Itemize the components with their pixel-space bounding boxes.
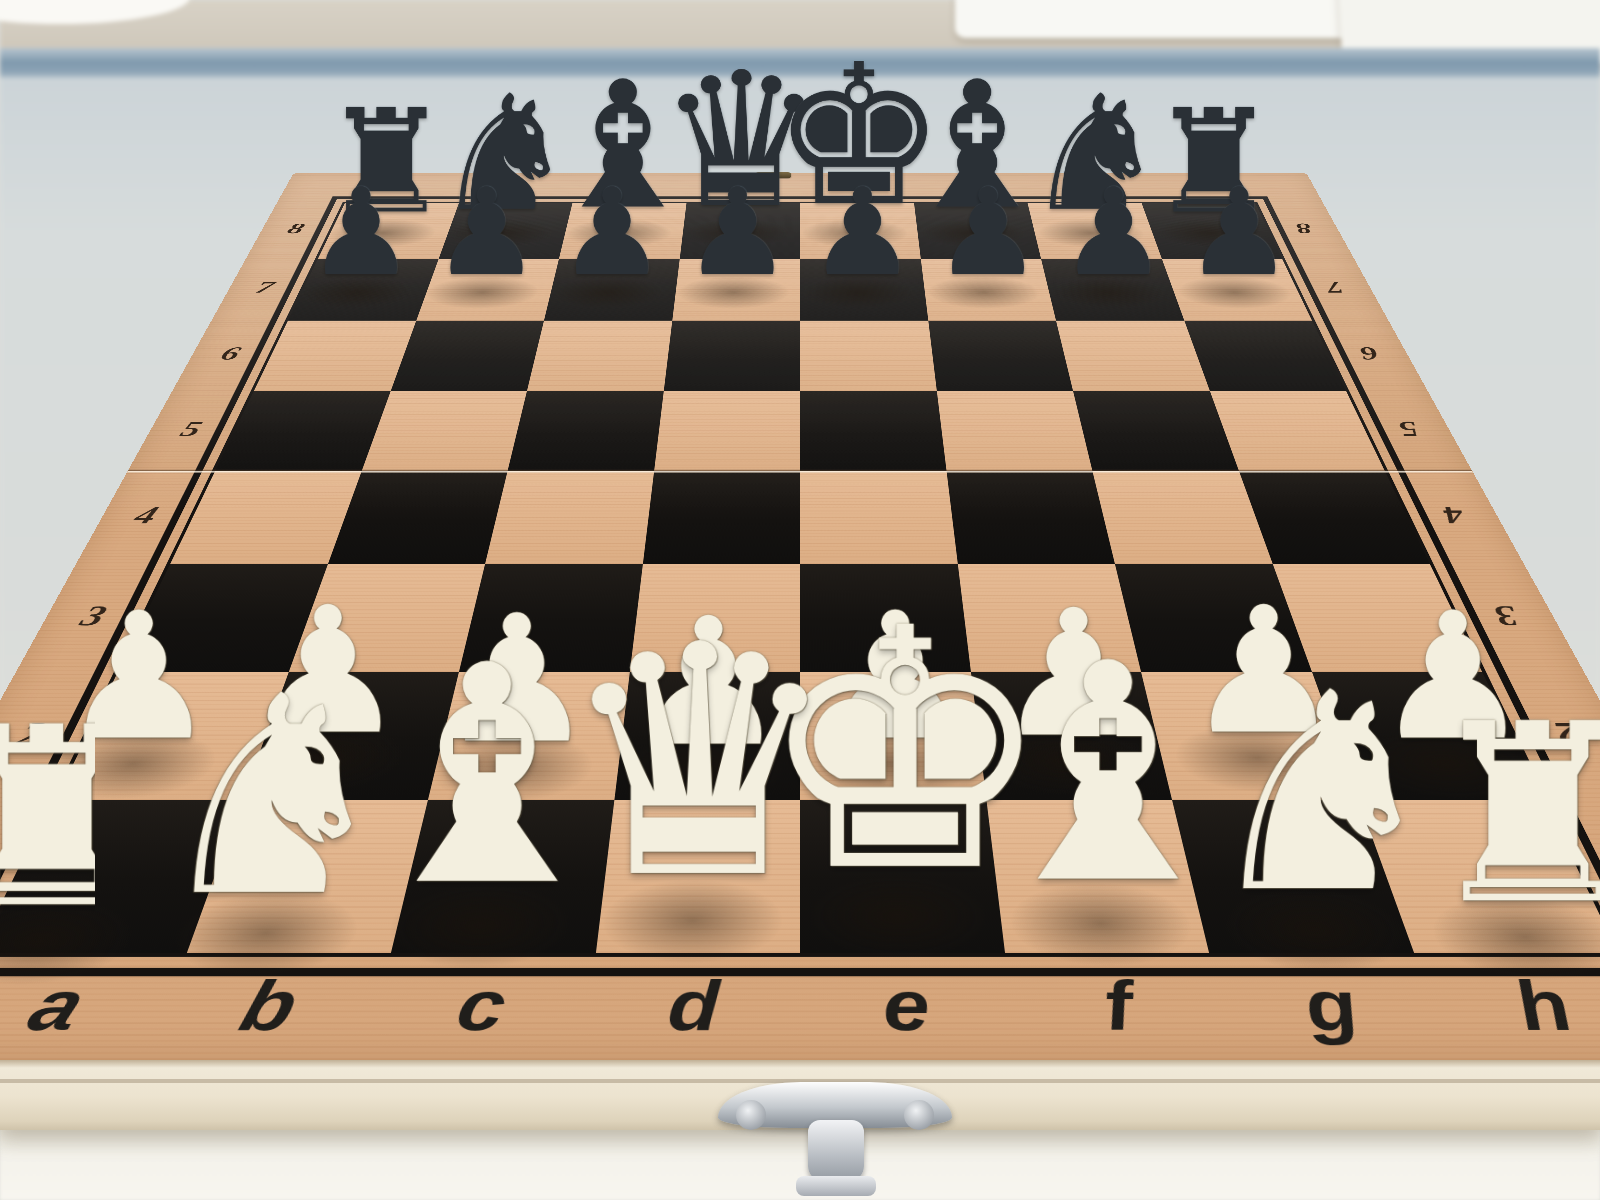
file-label-g: g [1215,965,1451,1046]
square-c4[interactable] [485,471,654,564]
black-pawn-glyph: ♟ [1185,173,1293,293]
rank-label-left-7: 7 [225,278,305,296]
black-pawn-glyph: ♟ [809,173,917,293]
chess-board: 8877665544332211abcdefgh♜♞♝♛♚♝♞♜♟♟♟♟♟♟♟♟… [0,173,1600,1060]
square-f6[interactable] [928,321,1073,391]
file-label-b: b [149,965,385,1046]
square-e4[interactable] [800,471,957,564]
white-rook-glyph: ♜ [1422,691,1600,938]
square-c6[interactable] [527,321,672,391]
rank-label-right-4: 4 [1404,502,1505,529]
file-label-c: c [366,965,592,1046]
square-d5[interactable] [654,391,800,471]
square-d6[interactable] [663,321,800,391]
square-b5[interactable] [361,391,527,471]
rank-label-left-6: 6 [187,343,273,364]
white-knight-glyph: ♞ [1199,657,1444,931]
square-f5[interactable] [937,391,1093,471]
white-knight-glyph: ♞ [150,660,396,934]
board-perspective-wrapper: 8877665544332211abcdefgh♜♞♝♛♚♝♞♜♟♟♟♟♟♟♟♟… [0,0,1600,1200]
rank-label-right-5: 5 [1363,417,1456,441]
file-label-a: a [0,965,178,1046]
fold-seam [127,470,1474,473]
square-c5[interactable] [508,391,664,471]
black-pawn-glyph: ♟ [1059,173,1167,293]
rank-label-left-4: 4 [95,502,196,529]
square-f4[interactable] [946,471,1115,564]
square-g6[interactable] [1056,321,1210,391]
square-e6[interactable] [800,321,937,391]
rank-label-right-7: 7 [1295,278,1375,296]
black-pawn-glyph: ♟ [433,173,541,293]
file-label-d: d [583,965,799,1046]
square-d4[interactable] [643,471,800,564]
black-pawn-glyph: ♟ [683,173,791,293]
file-label-h: h [1422,965,1600,1046]
white-rook-glyph: ♜ [0,694,158,942]
rank-label-right-6: 6 [1327,343,1413,364]
file-label-e: e [800,965,1016,1046]
file-label-f: f [1008,965,1234,1046]
black-pawn-glyph: ♟ [307,173,415,293]
black-pawn-glyph: ♟ [558,173,666,293]
black-pawn-glyph: ♟ [934,173,1042,293]
rank-label-left-5: 5 [145,417,238,441]
square-b6[interactable] [390,321,544,391]
square-e5[interactable] [800,391,946,471]
square-h4[interactable] [1239,471,1430,564]
